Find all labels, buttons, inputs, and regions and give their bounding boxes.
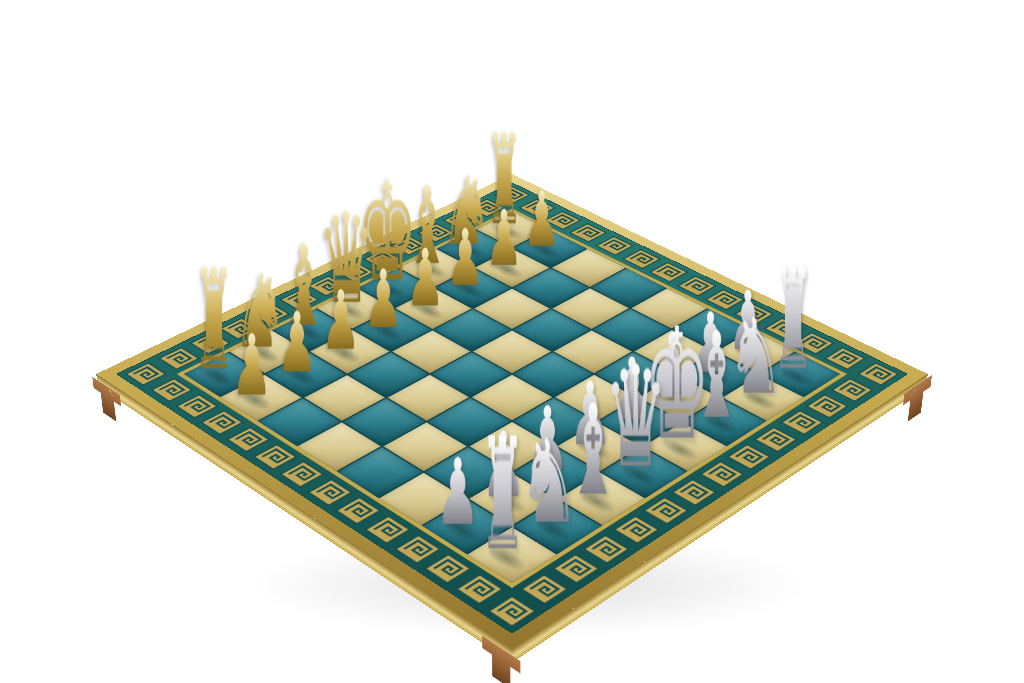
greek-key-motif: [487, 595, 536, 627]
squares-grid: ♜♟♟♜♞♟♟♞♝♟♟♝♚♟♟♚♛♟♟♛♝♟♟♝♞♟♟♞♜♟♟♜: [184, 212, 840, 583]
greek-key-motif: [252, 444, 297, 470]
greek-key-motif: [613, 515, 660, 544]
greek-key-motif: [394, 534, 442, 564]
greek-key-motif: [699, 461, 744, 488]
square-c6: [349, 352, 429, 396]
greek-key-motif: [583, 534, 631, 564]
greek-key-motif: [642, 497, 688, 525]
greek-key-motif: [780, 410, 824, 435]
product-photo: ♜♟♟♜♞♟♟♞♝♟♟♝♚♟♟♚♛♟♟♛♝♟♟♝♞♟♟♞♜♟♟♜: [0, 0, 1024, 683]
playfield: ♜♟♟♜♞♟♟♞♝♟♟♝♚♟♟♚♛♟♟♛♝♟♟♝♞♟♟♞♜♟♟♜: [177, 208, 847, 588]
greek-key-motif: [279, 461, 324, 488]
greek-key-motif: [125, 362, 167, 386]
greek-key-motif: [727, 444, 772, 470]
board-top-face: ♜♟♟♜♞♟♟♞♝♟♟♝♚♟♟♚♛♟♟♛♝♟♟♝♞♟♟♞♜♟♟♜: [96, 174, 928, 649]
meander-corner: [125, 362, 167, 386]
scene: ♜♟♟♜♞♟♟♞♝♟♟♝♚♟♟♚♛♟♟♛♝♟♟♝♞♟♟♞♜♟♟♜: [0, 0, 1024, 683]
chess-board: ♜♟♟♜♞♟♟♞♝♟♟♝♚♟♟♚♛♟♟♛♝♟♟♝♞♟♟♞♜♟♟♜: [96, 174, 928, 649]
greek-key-motif: [552, 554, 600, 584]
greek-key-motif: [150, 378, 193, 402]
greek-key-motif: [226, 427, 270, 453]
greek-key-motif: [335, 497, 381, 525]
greek-key-motif: [671, 479, 717, 507]
rook-glyph: ♜: [455, 429, 550, 560]
meander-corner: [487, 595, 536, 627]
square-a7: ♟: [221, 375, 302, 421]
greek-key-motif: [307, 479, 353, 507]
greek-key-border: ♜♟♟♜♞♟♟♞♝♟♟♝♚♟♟♚♛♟♟♛♝♟♟♝♞♟♟♞♜♟♟♜: [116, 182, 908, 633]
greek-key-motif: [806, 394, 849, 419]
pawn-glyph: ♟: [208, 330, 296, 402]
greek-key-motif: [520, 574, 569, 605]
greek-key-motif: [754, 427, 798, 453]
greek-key-motif: [831, 378, 874, 402]
greek-key-motif: [857, 362, 899, 386]
meander-corner: [857, 362, 899, 386]
greek-key-motif: [200, 410, 244, 435]
